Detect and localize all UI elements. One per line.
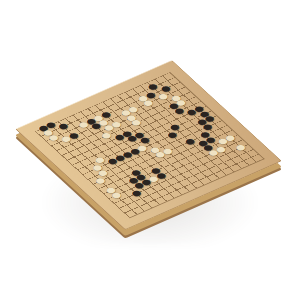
hoshi-point: [225, 153, 228, 155]
hoshi-point: [193, 125, 196, 127]
hoshi-point: [104, 164, 107, 166]
go-board-product-photo: ●●●●●●●●●●●●●●●●●●●●●●●●●●●●●●●●●●●●●●●●…: [0, 0, 300, 300]
hoshi-point: [180, 173, 183, 175]
hoshi-point: [117, 116, 120, 118]
